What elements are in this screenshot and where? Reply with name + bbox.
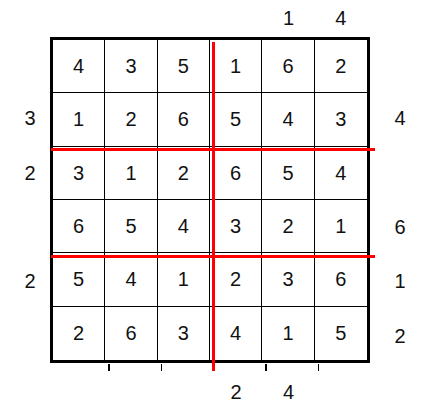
- cell-r4c4[interactable]: 3: [210, 200, 262, 253]
- cell-r3c4[interactable]: 6: [210, 147, 262, 200]
- cell-r4c6[interactable]: 1: [315, 200, 367, 253]
- clue-top-c1: [53, 4, 105, 32]
- clue-right-r1: [384, 37, 416, 91]
- clue-bottom-c6: [315, 378, 367, 406]
- cell-r2c6[interactable]: 3: [315, 93, 367, 146]
- clue-right-r4: 6: [384, 200, 416, 254]
- cell-r3c3[interactable]: 2: [158, 147, 210, 200]
- cell-r1c1[interactable]: 4: [53, 40, 105, 93]
- bottom-clues: 2 4: [53, 378, 367, 406]
- clue-bottom-c5: 4: [262, 378, 314, 406]
- cell-r2c5[interactable]: 4: [262, 93, 314, 146]
- cell-r5c6[interactable]: 6: [315, 253, 367, 306]
- cell-r5c3[interactable]: 1: [158, 253, 210, 306]
- cell-r5c2[interactable]: 4: [105, 253, 157, 306]
- cell-r4c1[interactable]: 6: [53, 200, 105, 253]
- region-line-horizontal-1: [51, 148, 375, 151]
- puzzle-board: 4 3 5 1 6 2 1 2 6 5 4 3 3 1 2 6 5 4 6 5 …: [50, 37, 370, 363]
- cell-r2c1[interactable]: 1: [53, 93, 105, 146]
- clue-top-c4: [210, 4, 262, 32]
- clue-right-r5: 1: [384, 254, 416, 308]
- clue-top-c2: [105, 4, 157, 32]
- left-clues: 3 2 2: [14, 37, 46, 363]
- cell-r1c3[interactable]: 5: [158, 40, 210, 93]
- cell-r4c2[interactable]: 5: [105, 200, 157, 253]
- puzzle-page: 1 4 3 2 2 4 3 5 1 6 2 1 2 6 5 4 3 3 1 2 …: [0, 0, 430, 411]
- clue-top-c5: 1: [262, 4, 314, 32]
- cell-r3c1[interactable]: 3: [53, 147, 105, 200]
- cell-r1c2[interactable]: 3: [105, 40, 157, 93]
- cell-r1c4[interactable]: 1: [210, 40, 262, 93]
- cell-r6c3[interactable]: 3: [158, 307, 210, 360]
- cell-r3c5[interactable]: 5: [262, 147, 314, 200]
- clue-left-r1: [14, 37, 46, 91]
- cell-r5c5[interactable]: 3: [262, 253, 314, 306]
- clue-right-r6: 2: [384, 309, 416, 363]
- clue-left-r4: [14, 200, 46, 254]
- cell-r6c2[interactable]: 6: [105, 307, 157, 360]
- gridline-overshoot: [265, 364, 267, 371]
- cell-r5c4[interactable]: 2: [210, 253, 262, 306]
- clue-left-r3: 2: [14, 146, 46, 200]
- clue-right-r3: [384, 146, 416, 200]
- cell-r6c6[interactable]: 5: [315, 307, 367, 360]
- cell-r2c4[interactable]: 5: [210, 93, 262, 146]
- region-line-horizontal-2: [51, 255, 375, 258]
- gridline-overshoot: [108, 364, 110, 371]
- cell-r6c5[interactable]: 1: [262, 307, 314, 360]
- cell-r6c1[interactable]: 2: [53, 307, 105, 360]
- cell-r1c5[interactable]: 6: [262, 40, 314, 93]
- clue-bottom-c3: [158, 378, 210, 406]
- cell-r3c6[interactable]: 4: [315, 147, 367, 200]
- cell-r2c2[interactable]: 2: [105, 93, 157, 146]
- right-clues: 4 6 1 2: [384, 37, 416, 363]
- region-line-vertical: [212, 42, 215, 371]
- cell-r1c6[interactable]: 2: [315, 40, 367, 93]
- clue-bottom-c4: 2: [210, 378, 262, 406]
- clue-right-r2: 4: [384, 91, 416, 145]
- cell-r5c1[interactable]: 5: [53, 253, 105, 306]
- clue-top-c6: 4: [315, 4, 367, 32]
- clue-left-r6: [14, 309, 46, 363]
- clue-left-r5: 2: [14, 254, 46, 308]
- clue-top-c3: [158, 4, 210, 32]
- cell-r4c3[interactable]: 4: [158, 200, 210, 253]
- cell-r2c3[interactable]: 6: [158, 93, 210, 146]
- gridline-overshoot: [318, 364, 320, 371]
- gridline-overshoot: [161, 364, 163, 371]
- top-clues: 1 4: [53, 4, 367, 32]
- clue-bottom-c2: [105, 378, 157, 406]
- clue-bottom-c1: [53, 378, 105, 406]
- cell-r6c4[interactable]: 4: [210, 307, 262, 360]
- cell-r3c2[interactable]: 1: [105, 147, 157, 200]
- cell-r4c5[interactable]: 2: [262, 200, 314, 253]
- clue-left-r2: 3: [14, 91, 46, 145]
